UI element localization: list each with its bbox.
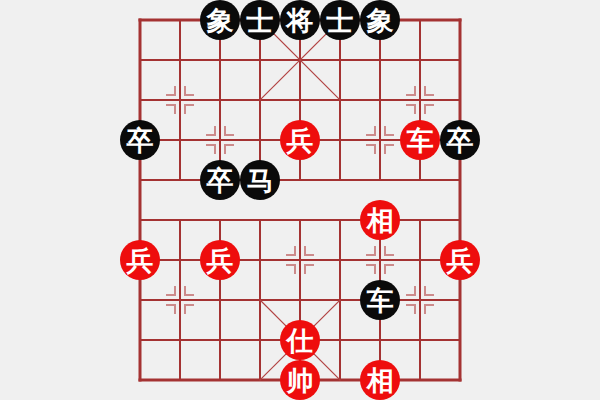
black-elephant[interactable]: 象 xyxy=(200,0,240,40)
red-pawn[interactable]: 兵 xyxy=(200,240,240,280)
red-general[interactable]: 帅 xyxy=(280,360,320,400)
red-pawn[interactable]: 兵 xyxy=(120,240,160,280)
red-elephant[interactable]: 相 xyxy=(360,360,400,400)
black-elephant[interactable]: 象 xyxy=(360,0,400,40)
red-pawn[interactable]: 兵 xyxy=(280,120,320,160)
red-advisor[interactable]: 仕 xyxy=(280,320,320,360)
black-advisor[interactable]: 士 xyxy=(320,0,360,40)
red-elephant[interactable]: 相 xyxy=(360,200,400,240)
red-pawn[interactable]: 兵 xyxy=(440,240,480,280)
black-horse[interactable]: 马 xyxy=(240,160,280,200)
black-pawn[interactable]: 卒 xyxy=(440,120,480,160)
xiangqi-board: 象士将士象卒兵车卒卒马相兵兵兵车仕帅相 xyxy=(120,0,480,400)
black-general[interactable]: 将 xyxy=(280,0,320,40)
xiangqi-board-screenshot: 象士将士象卒兵车卒卒马相兵兵兵车仕帅相 xyxy=(0,0,600,400)
black-advisor[interactable]: 士 xyxy=(240,0,280,40)
black-pawn[interactable]: 卒 xyxy=(120,120,160,160)
black-pawn[interactable]: 卒 xyxy=(200,160,240,200)
black-chariot[interactable]: 车 xyxy=(360,280,400,320)
red-chariot[interactable]: 车 xyxy=(400,120,440,160)
